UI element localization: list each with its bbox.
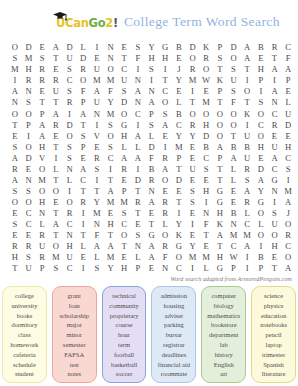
grid-cell-r21c19: P (254, 263, 268, 274)
grid-cell-r18c8: T (104, 230, 118, 241)
word-group-2: grantloanscholarshipmajorminorsemesterFA… (52, 286, 97, 383)
word-list-item: books (4, 311, 45, 321)
grid-cell-r17c17: N (227, 219, 241, 230)
grid-cell-r11c17: A (227, 152, 241, 163)
grid-cell-r18c19: O (254, 230, 268, 241)
word-list-item: roommate (153, 369, 194, 379)
grid-cell-r6c3: T (35, 97, 49, 108)
grid-cell-r12c7: S (90, 164, 104, 175)
word-group-5: computerbiologymathematicsbookstoredepar… (201, 286, 246, 383)
grid-cell-r13c17: L (227, 175, 241, 186)
grid-cell-r6c12: O (158, 97, 172, 108)
grid-cell-r4c10: N (131, 75, 145, 86)
grid-cell-r5c10: A (131, 86, 145, 97)
grid-cell-r8c20: R (268, 119, 282, 130)
grid-cell-r7c18: K (240, 108, 254, 119)
grid-cell-r15c4: E (49, 197, 63, 208)
grid-cell-r5c11: N (145, 86, 159, 97)
grid-cell-r11c13: P (172, 152, 186, 163)
grid-cell-r13c21: I (281, 175, 295, 186)
grid-cell-r14c7: T (90, 186, 104, 197)
grid-cell-r6c6: P (76, 97, 90, 108)
grid-cell-r12c14: U (186, 164, 200, 175)
grid-cell-r20c8: M (104, 252, 118, 263)
grid-cell-r17c10: E (131, 219, 145, 230)
grid-cell-r15c16: G (213, 197, 227, 208)
grid-cell-r6c21: L (281, 97, 295, 108)
grid-cell-r7c5: I (63, 108, 77, 119)
grid-cell-r10c10: L (131, 141, 145, 152)
grid-cell-r3c20: A (268, 64, 282, 75)
grid-cell-r4c20: I (268, 75, 282, 86)
grid-cell-r18c7: F (90, 230, 104, 241)
word-list-item: education (253, 311, 294, 321)
grid-cell-r3c8: O (104, 64, 118, 75)
word-list-item: grant (54, 291, 95, 301)
grid-cell-r12c10: I (131, 164, 145, 175)
grid-cell-r8c13: C (172, 119, 186, 130)
grid-cell-r9c15: D (199, 130, 213, 141)
grid-cell-r1c14: D (186, 42, 200, 53)
grid-cell-r5c17: S (227, 86, 241, 97)
word-list-item: computer (203, 291, 244, 301)
grid-cell-r13c9: E (117, 175, 131, 186)
grid-cell-r17c1: S (8, 219, 22, 230)
grid-cell-r13c13: D (172, 175, 186, 186)
grid-cell-r19c17: C (227, 241, 241, 252)
grid-cell-r20c6: E (76, 252, 90, 263)
grid-cell-r12c8: I (104, 164, 118, 175)
grid-cell-r19c2: R (22, 241, 36, 252)
grid-cell-r20c4: M (49, 252, 63, 263)
grid-cell-r14c14: S (186, 186, 200, 197)
word-group-6: sciencephysicseducationnotebookspencilla… (251, 286, 296, 383)
grid-cell-r8c16: O (213, 119, 227, 130)
grid-cell-r6c20: N (268, 97, 282, 108)
grid-cell-r1c17: D (227, 42, 241, 53)
grid-cell-r11c2: D (22, 152, 36, 163)
grid-cell-r16c7: M (90, 208, 104, 219)
grid-cell-r13c20: G (268, 175, 282, 186)
grid-cell-r11c4: I (49, 152, 63, 163)
grid-cell-r20c13: O (172, 252, 186, 263)
grid-cell-r21c2: U (22, 263, 36, 274)
grid-cell-r9c4: E (49, 130, 63, 141)
word-list-item: lab (203, 340, 244, 350)
grid-cell-r19c7: A (90, 241, 104, 252)
grid-cell-r18c20: O (268, 230, 282, 241)
grid-cell-r12c5: N (63, 164, 77, 175)
word-list-item: major (54, 320, 95, 330)
grid-cell-r4c17: U (227, 75, 241, 86)
grid-cell-r18c4: T (49, 230, 63, 241)
grid-cell-r14c2: S (22, 186, 36, 197)
grid-cell-r13c19: A (254, 175, 268, 186)
grid-cell-r1c5: D (63, 42, 77, 53)
grid-cell-r20c20: E (268, 252, 282, 263)
word-list-item: trimester (253, 350, 294, 360)
grid-cell-r13c15: E (199, 175, 213, 186)
grid-cell-r3c1: M (8, 64, 22, 75)
grid-cell-r8c11: S (145, 119, 159, 130)
word-group-3: technicalcommunityproprietarycoursehourt… (102, 286, 147, 383)
grid-cell-r12c16: T (213, 164, 227, 175)
grid-cell-r20c10: L (131, 252, 145, 263)
grid-cell-r12c4: L (49, 164, 63, 175)
grid-cell-r17c8: H (104, 219, 118, 230)
word-list-item: schedule (4, 360, 45, 370)
grid-cell-r13c4: T (49, 175, 63, 186)
grid-cell-r19c10: N (131, 241, 145, 252)
grid-cell-r2c14: O (186, 53, 200, 64)
grid-cell-r1c13: B (172, 42, 186, 53)
grid-cell-r14c13: E (172, 186, 186, 197)
grid-cell-r10c19: H (254, 141, 268, 152)
grid-cell-r14c17: E (227, 186, 241, 197)
grid-cell-r6c18: T (240, 97, 254, 108)
grid-cell-r17c9: C (117, 219, 131, 230)
page-title: College Term Word Search (124, 15, 280, 29)
grid-cell-r10c4: T (49, 141, 63, 152)
grid-cell-r7c4: A (49, 108, 63, 119)
grid-cell-r2c6: D (76, 53, 90, 64)
grid-cell-r16c13: I (172, 208, 186, 219)
grid-cell-r17c21: O (281, 219, 295, 230)
grid-cell-r11c16: P (213, 152, 227, 163)
grid-cell-r14c20: N (268, 186, 282, 197)
grid-cell-r21c15: L (199, 263, 213, 274)
grid-cell-r14c3: O (35, 186, 49, 197)
grid-cell-r8c14: R (186, 119, 200, 130)
grid-cell-r1c15: K (199, 42, 213, 53)
grid-cell-r11c18: U (240, 152, 254, 163)
grid-cell-r20c1: H (8, 252, 22, 263)
word-list-item: soccer (104, 369, 145, 379)
grid-cell-r15c18: R (240, 197, 254, 208)
grid-cell-r16c19: O (254, 208, 268, 219)
grid-cell-r11c14: E (186, 152, 200, 163)
grid-cell-r17c19: L (254, 219, 268, 230)
grid-cell-r21c14: I (186, 263, 200, 274)
grid-cell-r11c8: C (104, 152, 118, 163)
grid-cell-r12c3: O (35, 164, 49, 175)
grid-cell-r16c4: T (49, 208, 63, 219)
grid-cell-r13c10: D (131, 175, 145, 186)
word-list-item: laptop (253, 340, 294, 350)
grid-cell-r1c10: S (131, 42, 145, 53)
grid-cell-r1c19: B (254, 42, 268, 53)
grid-cell-r17c4: A (49, 219, 63, 230)
grid-cell-r17c18: C (240, 219, 254, 230)
grid-cell-r19c4: O (49, 241, 63, 252)
grid-cell-r20c12: F (158, 252, 172, 263)
grid-cell-r1c3: E (35, 42, 49, 53)
grid-cell-r11c1: A (8, 152, 22, 163)
word-list-item: community (104, 301, 145, 311)
grid-cell-r10c14: E (186, 141, 200, 152)
grid-cell-r20c21: O (281, 252, 295, 263)
grid-cell-r21c9: H (117, 263, 131, 274)
grid-cell-r16c17: B (227, 208, 241, 219)
grid-cell-r12c2: E (22, 164, 36, 175)
header: UCanGo2! College Term Word Search (56, 12, 280, 32)
grid-cell-r13c2: N (22, 175, 36, 186)
grid-cell-r8c10: I (131, 119, 145, 130)
grid-cell-r7c21: U (281, 108, 295, 119)
grid-cell-r10c6: P (76, 141, 90, 152)
grid-cell-r12c15: S (199, 164, 213, 175)
grid-cell-r3c5: S (63, 64, 77, 75)
grid-cell-r8c9: G (117, 119, 131, 130)
grid-cell-r11c7: R (90, 152, 104, 163)
grid-cell-r11c11: F (145, 152, 159, 163)
grid-cell-r2c18: A (240, 53, 254, 64)
grid-cell-r21c8: Y (104, 263, 118, 274)
grid-cell-r13c18: S (240, 175, 254, 186)
grid-cell-r11c15: C (199, 152, 213, 163)
grid-cell-r9c18: U (240, 130, 254, 141)
grid-cell-r4c13: Y (172, 75, 186, 86)
word-list-item: test (54, 360, 95, 370)
grid-cell-r3c13: J (172, 64, 186, 75)
grid-cell-r1c9: E (117, 42, 131, 53)
grid-cell-r5c4: U (49, 86, 63, 97)
grid-cell-r9c10: A (131, 130, 145, 141)
logo-part: 2 (105, 16, 113, 30)
grid-cell-r13c12: O (158, 175, 172, 186)
word-list-item: student (4, 369, 45, 379)
grid-cell-r10c2: O (22, 141, 36, 152)
grid-cell-r5c5: S (63, 86, 77, 97)
grid-cell-r15c2: O (22, 197, 36, 208)
grid-cell-r2c20: T (268, 53, 282, 64)
grid-cell-r7c9: O (117, 108, 131, 119)
grid-cell-r3c16: T (213, 64, 227, 75)
grid-cell-r5c6: F (76, 86, 90, 97)
word-list-item: semester (54, 340, 95, 350)
grid-cell-r20c15: M (199, 252, 213, 263)
grid-cell-r19c13: G (172, 241, 186, 252)
grid-cell-r6c19: S (254, 97, 268, 108)
grid-cell-r5c12: C (158, 86, 172, 97)
grid-cell-r21c7: S (90, 263, 104, 274)
grid-cell-r17c3: L (35, 219, 49, 230)
grid-cell-r3c17: S (227, 64, 241, 75)
grid-cell-r16c5: R (63, 208, 77, 219)
grid-cell-r20c2: S (22, 252, 36, 263)
grid-cell-r10c9: L (117, 141, 131, 152)
grid-cell-r6c10: N (131, 97, 145, 108)
grid-cell-r16c20: S (268, 208, 282, 219)
grid-cell-r21c3: P (35, 263, 49, 274)
grid-cell-r14c15: H (199, 186, 213, 197)
grid-cell-r14c19: Y (254, 186, 268, 197)
grid-cell-r6c13: L (172, 97, 186, 108)
grid-cell-r13c5: L (63, 175, 77, 186)
grid-cell-r2c12: H (158, 53, 172, 64)
word-list-item: science (253, 291, 294, 301)
grid-cell-r6c2: S (22, 97, 36, 108)
grid-cell-r16c9: S (117, 208, 131, 219)
grid-cell-r8c19: C (254, 119, 268, 130)
grid-cell-r18c1: E (8, 230, 22, 241)
word-list-item: mathematics (203, 311, 244, 321)
grid-cell-r8c15: H (199, 119, 213, 130)
grid-cell-r1c11: Y (145, 42, 159, 53)
grid-cell-r4c19: P (254, 75, 268, 86)
grid-cell-r1c7: I (90, 42, 104, 53)
grid-cell-r5c8: F (104, 86, 118, 97)
grid-cell-r21c16: G (213, 263, 227, 274)
grid-cell-r12c6: A (76, 164, 90, 175)
grid-cell-r16c3: N (35, 208, 49, 219)
grid-cell-r12c11: B (145, 164, 159, 175)
grid-cell-r1c12: G (158, 42, 172, 53)
grid-cell-r9c8: O (104, 130, 118, 141)
word-list-item: FAFSA (54, 350, 95, 360)
grid-cell-r18c16: A (213, 230, 227, 241)
grid-cell-r21c1: T (8, 263, 22, 274)
logo-part: Go (89, 16, 106, 30)
word-list-item: football (104, 350, 145, 360)
grid-cell-r7c3: P (35, 108, 49, 119)
grid-cell-r16c10: T (131, 208, 145, 219)
grid-cell-r2c19: E (254, 53, 268, 64)
word-list-item: loan (54, 301, 95, 311)
grid-cell-r4c2: R (22, 75, 36, 86)
grid-cell-r15c5: O (63, 197, 77, 208)
grid-cell-r1c16: P (213, 42, 227, 53)
grid-cell-r3c2: H (22, 64, 36, 75)
grid-cell-r15c14: S (186, 197, 200, 208)
grid-cell-r17c6: I (76, 219, 90, 230)
grid-cell-r15c7: Y (90, 197, 104, 208)
grid-cell-r17c2: C (22, 219, 36, 230)
grid-cell-r8c7: I (90, 119, 104, 130)
grid-cell-r16c12: R (158, 208, 172, 219)
grid-cell-r10c8: S (104, 141, 118, 152)
grid-cell-r18c3: R (35, 230, 49, 241)
grid-cell-r3c3: R (35, 64, 49, 75)
grid-cell-r1c18: A (240, 42, 254, 53)
grid-cell-r14c4: O (49, 186, 63, 197)
grid-cell-r12c20: C (268, 164, 282, 175)
word-list-item: English (203, 360, 244, 370)
grid-cell-r21c10: P (131, 263, 145, 274)
attribution-text: Word search adapted from ArmoredPenguin.… (170, 276, 292, 282)
grid-cell-r10c15: B (199, 141, 213, 152)
grid-cell-r5c3: E (35, 86, 49, 97)
grid-cell-r20c19: B (254, 252, 268, 263)
grid-cell-r19c8: A (104, 241, 118, 252)
grid-cell-r8c6: T (76, 119, 90, 130)
word-list-item: proprietary (104, 311, 145, 321)
grid-cell-r7c17: O (227, 108, 241, 119)
grid-cell-r15c12: R (158, 197, 172, 208)
grid-cell-r11c3: V (35, 152, 49, 163)
grid-cell-r15c21: A (281, 197, 295, 208)
grid-cell-r19c11: A (145, 241, 159, 252)
word-list-item: dormitory (4, 320, 45, 330)
grid-cell-r7c8: M (104, 108, 118, 119)
grid-cell-r9c5: O (63, 130, 77, 141)
word-list-item: admission (153, 291, 194, 301)
grid-cell-r13c6: C (76, 175, 90, 186)
grid-cell-r17c14: I (186, 219, 200, 230)
grid-cell-r10c13: M (172, 141, 186, 152)
word-list-item: technical (104, 291, 145, 301)
logo-part: ! (113, 16, 118, 30)
word-list-item: adviser (153, 311, 194, 321)
grid-cell-r6c15: M (199, 97, 213, 108)
grid-cell-r16c14: E (186, 208, 200, 219)
grid-cell-r9c19: O (254, 130, 268, 141)
grid-cell-r14c18: A (240, 186, 254, 197)
grid-cell-r19c20: H (268, 241, 282, 252)
grid-cell-r20c7: L (90, 252, 104, 263)
grid-cell-r9c13: Y (172, 130, 186, 141)
grid-cell-r2c11: H (145, 53, 159, 64)
grid-cell-r6c4: T (49, 97, 63, 108)
grid-cell-r17c7: N (90, 219, 104, 230)
grid-cell-r17c5: C (63, 219, 77, 230)
grid-cell-r16c2: C (22, 208, 36, 219)
grid-cell-r5c7: A (90, 86, 104, 97)
grid-cell-r4c6: O (76, 75, 90, 86)
grid-cell-r9c12: E (158, 130, 172, 141)
grid-cell-r4c12: T (158, 75, 172, 86)
grid-cell-r14c12: E (158, 186, 172, 197)
grid-cell-r21c4: S (49, 263, 63, 274)
grid-cell-r8c21: D (281, 119, 295, 130)
grid-cell-r4c11: I (145, 75, 159, 86)
grid-cell-r21c11: E (145, 263, 159, 274)
grid-cell-r19c14: Y (186, 241, 200, 252)
grid-cell-r15c3: H (35, 197, 49, 208)
grid-cell-r21c17: P (227, 263, 241, 274)
grid-cell-r14c9: P (117, 186, 131, 197)
grid-cell-r6c17: F (227, 97, 241, 108)
grid-cell-r3c9: C (117, 64, 131, 75)
word-list-item: university (4, 301, 45, 311)
word-list-item: physics (253, 301, 294, 311)
grid-cell-r14c16: G (213, 186, 227, 197)
grid-cell-r7c15: O (199, 108, 213, 119)
word-list-item: pencil (253, 330, 294, 340)
grid-cell-r8c3: A (35, 119, 49, 130)
word-list-item: biology (203, 301, 244, 311)
grid-cell-r2c1: S (8, 53, 22, 64)
grid-cell-r5c9: S (117, 86, 131, 97)
grid-cell-r15c1: O (8, 197, 22, 208)
grid-cell-r2c2: M (22, 53, 36, 64)
grid-cell-r4c3: R (35, 75, 49, 86)
grid-cell-r2c13: E (172, 53, 186, 64)
grid-cell-r5c15: E (199, 86, 213, 97)
grid-cell-r10c21: H (281, 141, 295, 152)
grid-cell-r9c6: S (76, 130, 90, 141)
grid-cell-r8c8: S (104, 119, 118, 130)
grid-cell-r16c8: E (104, 208, 118, 219)
grid-cell-r18c9: O (117, 230, 131, 241)
grid-cell-r12c12: A (158, 164, 172, 175)
grid-cell-r21c12: N (158, 263, 172, 274)
grid-cell-r12c17: L (227, 164, 241, 175)
grid-cell-r11c20: A (268, 152, 282, 163)
grid-cell-r14c5: I (63, 186, 77, 197)
grid-cell-r14c6: T (76, 186, 90, 197)
grid-cell-r4c15: W (199, 75, 213, 86)
